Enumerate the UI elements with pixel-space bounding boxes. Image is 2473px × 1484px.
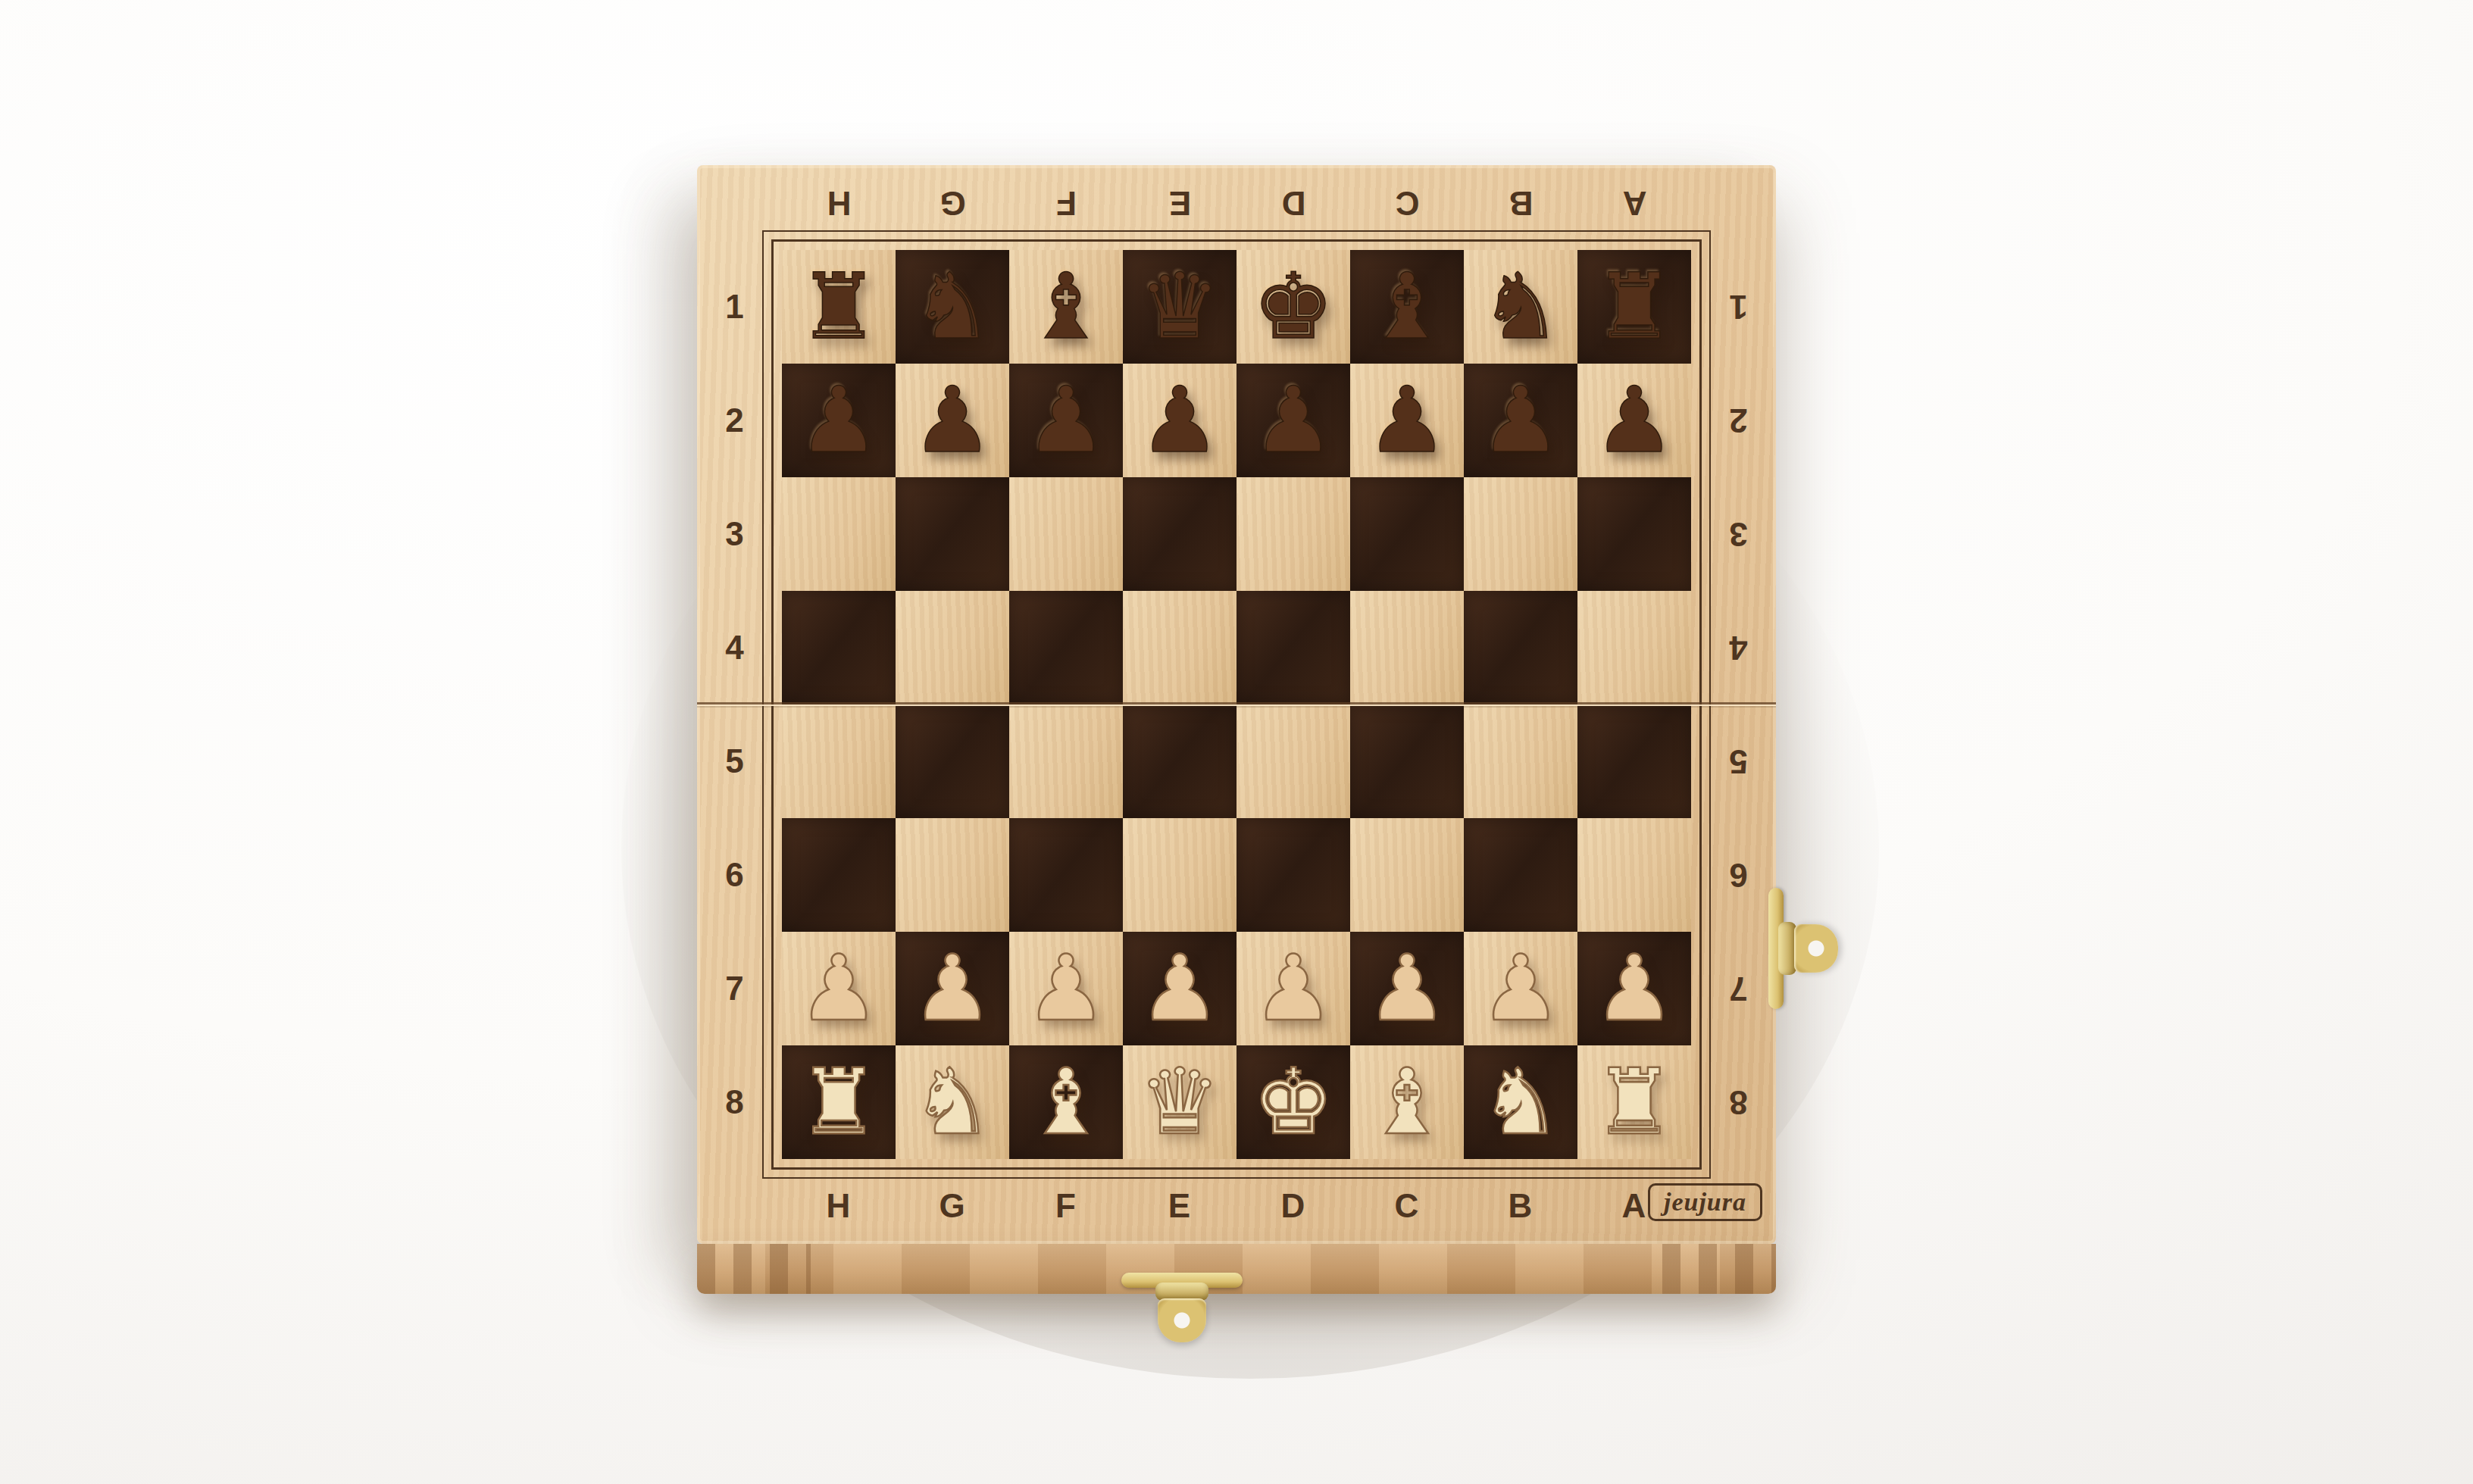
square-b2[interactable]: ♟ bbox=[1464, 364, 1577, 477]
light-pawn[interactable]: ♟ bbox=[1366, 932, 1448, 1045]
square-h4[interactable] bbox=[782, 591, 896, 705]
square-f5[interactable] bbox=[1009, 705, 1123, 818]
square-d5[interactable] bbox=[1236, 705, 1350, 818]
file-bottom-label-f: F bbox=[1009, 1180, 1123, 1232]
light-knight[interactable]: ♞ bbox=[1480, 1045, 1562, 1159]
light-bishop[interactable]: ♝ bbox=[1025, 1045, 1107, 1159]
rank-right-label-2: 2 bbox=[1712, 364, 1764, 477]
square-a1[interactable]: ♜ bbox=[1577, 250, 1691, 364]
square-d4[interactable] bbox=[1236, 591, 1350, 705]
square-h3[interactable] bbox=[782, 477, 896, 591]
light-pawn[interactable]: ♟ bbox=[911, 932, 993, 1045]
square-c1[interactable]: ♝ bbox=[1350, 250, 1464, 364]
square-b3[interactable] bbox=[1464, 477, 1577, 591]
file-bottom-label-d: D bbox=[1236, 1180, 1350, 1232]
dark-pawn[interactable]: ♟ bbox=[1366, 364, 1448, 477]
square-a7[interactable]: ♟ bbox=[1577, 932, 1691, 1045]
file-bottom-label-h: H bbox=[782, 1180, 896, 1232]
dark-bishop[interactable]: ♝ bbox=[1025, 250, 1107, 364]
square-b6[interactable] bbox=[1464, 818, 1577, 932]
square-e4[interactable] bbox=[1123, 591, 1236, 705]
brass-clasp-right bbox=[1768, 888, 1844, 1009]
square-f2[interactable]: ♟ bbox=[1009, 364, 1123, 477]
file-top-label-e: E bbox=[1123, 177, 1236, 229]
square-h2[interactable]: ♟ bbox=[782, 364, 896, 477]
square-b1[interactable]: ♞ bbox=[1464, 250, 1577, 364]
rank-left-label-3: 3 bbox=[709, 477, 761, 591]
file-bottom-label-b: B bbox=[1464, 1180, 1577, 1232]
wooden-chess-box: HGFEDCBA HGFEDCBA 12345678 12345678 ♜♞♝♛… bbox=[697, 165, 1776, 1244]
light-pawn[interactable]: ♟ bbox=[1480, 932, 1562, 1045]
dark-pawn[interactable]: ♟ bbox=[1252, 364, 1334, 477]
rank-right-label-8: 8 bbox=[1712, 1045, 1764, 1159]
rank-left-label-5: 5 bbox=[709, 705, 761, 818]
light-pawn[interactable]: ♟ bbox=[1139, 932, 1221, 1045]
square-e5[interactable] bbox=[1123, 705, 1236, 818]
light-rook[interactable]: ♜ bbox=[1593, 1045, 1675, 1159]
square-d6[interactable] bbox=[1236, 818, 1350, 932]
square-a2[interactable]: ♟ bbox=[1577, 364, 1691, 477]
rank-labels-right: 12345678 bbox=[1712, 250, 1764, 1159]
light-pawn[interactable]: ♟ bbox=[1593, 932, 1675, 1045]
square-g1[interactable]: ♞ bbox=[896, 250, 1009, 364]
square-e3[interactable] bbox=[1123, 477, 1236, 591]
clasp-pendant-icon bbox=[1794, 924, 1838, 973]
square-a5[interactable] bbox=[1577, 705, 1691, 818]
square-c8[interactable]: ♝ bbox=[1350, 1045, 1464, 1159]
file-bottom-label-g: G bbox=[896, 1180, 1009, 1232]
file-top-label-b: B bbox=[1464, 177, 1577, 229]
dark-king[interactable]: ♚ bbox=[1252, 250, 1334, 364]
square-c2[interactable]: ♟ bbox=[1350, 364, 1464, 477]
square-c5[interactable] bbox=[1350, 705, 1464, 818]
square-e8[interactable]: ♛ bbox=[1123, 1045, 1236, 1159]
square-f1[interactable]: ♝ bbox=[1009, 250, 1123, 364]
square-c6[interactable] bbox=[1350, 818, 1464, 932]
square-c7[interactable]: ♟ bbox=[1350, 932, 1464, 1045]
dark-rook[interactable]: ♜ bbox=[1593, 250, 1675, 364]
square-f7[interactable]: ♟ bbox=[1009, 932, 1123, 1045]
square-a6[interactable] bbox=[1577, 818, 1691, 932]
square-g3[interactable] bbox=[896, 477, 1009, 591]
square-h5[interactable] bbox=[782, 705, 896, 818]
jeujura-logo: jeujura bbox=[1648, 1183, 1762, 1221]
rank-left-label-8: 8 bbox=[709, 1045, 761, 1159]
photo-scene: HGFEDCBA HGFEDCBA 12345678 12345678 ♜♞♝♛… bbox=[0, 0, 2473, 1484]
dark-queen[interactable]: ♛ bbox=[1139, 250, 1221, 364]
rank-right-label-4: 4 bbox=[1712, 591, 1764, 705]
finger-joints-left bbox=[697, 1244, 811, 1294]
file-top-label-h: H bbox=[782, 177, 896, 229]
rank-left-label-7: 7 bbox=[709, 932, 761, 1045]
finger-joints-right bbox=[1662, 1244, 1776, 1294]
square-f8[interactable]: ♝ bbox=[1009, 1045, 1123, 1159]
dark-pawn[interactable]: ♟ bbox=[1025, 364, 1107, 477]
rank-right-label-5: 5 bbox=[1712, 705, 1764, 818]
dark-pawn[interactable]: ♟ bbox=[1480, 364, 1562, 477]
rank-left-label-2: 2 bbox=[709, 364, 761, 477]
square-h1[interactable]: ♜ bbox=[782, 250, 896, 364]
square-f4[interactable] bbox=[1009, 591, 1123, 705]
file-bottom-label-c: C bbox=[1350, 1180, 1464, 1232]
light-pawn[interactable]: ♟ bbox=[1252, 932, 1334, 1045]
square-d8[interactable]: ♚ bbox=[1236, 1045, 1350, 1159]
square-g2[interactable]: ♟ bbox=[896, 364, 1009, 477]
rank-right-label-1: 1 bbox=[1712, 250, 1764, 364]
dark-pawn[interactable]: ♟ bbox=[798, 364, 880, 477]
rank-right-label-6: 6 bbox=[1712, 818, 1764, 932]
square-a4[interactable] bbox=[1577, 591, 1691, 705]
jeujura-logo-text: jeujura bbox=[1664, 1188, 1746, 1216]
rank-left-label-1: 1 bbox=[709, 250, 761, 364]
light-rook[interactable]: ♜ bbox=[798, 1045, 880, 1159]
dark-rook[interactable]: ♜ bbox=[798, 250, 880, 364]
rank-labels-left: 12345678 bbox=[709, 250, 761, 1159]
dark-knight[interactable]: ♞ bbox=[911, 250, 993, 364]
square-g4[interactable] bbox=[896, 591, 1009, 705]
square-e2[interactable]: ♟ bbox=[1123, 364, 1236, 477]
file-labels-bottom: HGFEDCBA bbox=[782, 1180, 1691, 1232]
square-g8[interactable]: ♞ bbox=[896, 1045, 1009, 1159]
light-king[interactable]: ♚ bbox=[1252, 1045, 1334, 1159]
rank-right-label-3: 3 bbox=[1712, 477, 1764, 591]
square-e1[interactable]: ♛ bbox=[1123, 250, 1236, 364]
dark-bishop[interactable]: ♝ bbox=[1366, 250, 1448, 364]
square-b4[interactable] bbox=[1464, 591, 1577, 705]
square-d2[interactable]: ♟ bbox=[1236, 364, 1350, 477]
dark-pawn[interactable]: ♟ bbox=[911, 364, 993, 477]
dark-knight[interactable]: ♞ bbox=[1480, 250, 1562, 364]
file-top-label-a: A bbox=[1577, 177, 1691, 229]
square-g5[interactable] bbox=[896, 705, 1009, 818]
square-e7[interactable]: ♟ bbox=[1123, 932, 1236, 1045]
dark-pawn[interactable]: ♟ bbox=[1139, 364, 1221, 477]
brass-clasp-front bbox=[1121, 1273, 1243, 1348]
square-e6[interactable] bbox=[1123, 818, 1236, 932]
light-pawn[interactable]: ♟ bbox=[1025, 932, 1107, 1045]
square-h8[interactable]: ♜ bbox=[782, 1045, 896, 1159]
light-bishop[interactable]: ♝ bbox=[1366, 1045, 1448, 1159]
light-pawn[interactable]: ♟ bbox=[798, 932, 880, 1045]
light-queen[interactable]: ♛ bbox=[1139, 1045, 1221, 1159]
dark-pawn[interactable]: ♟ bbox=[1593, 364, 1675, 477]
light-knight[interactable]: ♞ bbox=[911, 1045, 993, 1159]
square-h6[interactable] bbox=[782, 818, 896, 932]
file-top-label-c: C bbox=[1350, 177, 1464, 229]
square-b8[interactable]: ♞ bbox=[1464, 1045, 1577, 1159]
square-g7[interactable]: ♟ bbox=[896, 932, 1009, 1045]
square-c3[interactable] bbox=[1350, 477, 1464, 591]
square-d1[interactable]: ♚ bbox=[1236, 250, 1350, 364]
file-bottom-label-e: E bbox=[1123, 1180, 1236, 1232]
square-d3[interactable] bbox=[1236, 477, 1350, 591]
file-top-label-d: D bbox=[1236, 177, 1350, 229]
square-b7[interactable]: ♟ bbox=[1464, 932, 1577, 1045]
square-a3[interactable] bbox=[1577, 477, 1691, 591]
chess-board: ♜♞♝♛♚♝♞♜♟♟♟♟♟♟♟♟♟♟♟♟♟♟♟♟♜♞♝♛♚♝♞♜ bbox=[782, 250, 1691, 1159]
square-a8[interactable]: ♜ bbox=[1577, 1045, 1691, 1159]
file-labels-top: HGFEDCBA bbox=[782, 177, 1691, 229]
square-b5[interactable] bbox=[1464, 705, 1577, 818]
rank-right-label-7: 7 bbox=[1712, 932, 1764, 1045]
square-f3[interactable] bbox=[1009, 477, 1123, 591]
rank-left-label-6: 6 bbox=[709, 818, 761, 932]
clasp-pendant-icon bbox=[1158, 1298, 1206, 1342]
file-top-label-g: G bbox=[896, 177, 1009, 229]
square-c4[interactable] bbox=[1350, 591, 1464, 705]
square-d7[interactable]: ♟ bbox=[1236, 932, 1350, 1045]
square-h7[interactable]: ♟ bbox=[782, 932, 896, 1045]
file-top-label-f: F bbox=[1009, 177, 1123, 229]
rank-left-label-4: 4 bbox=[709, 591, 761, 705]
square-f6[interactable] bbox=[1009, 818, 1123, 932]
square-g6[interactable] bbox=[896, 818, 1009, 932]
